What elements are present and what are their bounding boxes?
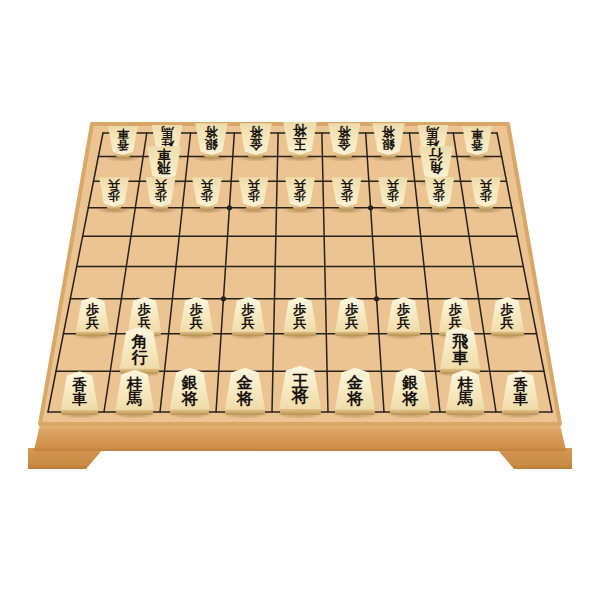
star-point: [368, 205, 373, 210]
piece-p-3c[interactable]: 歩兵: [378, 177, 408, 209]
piece-kanji: 歩兵: [378, 177, 408, 206]
piece-face: 香車: [462, 126, 492, 155]
piece-kanji: 桂馬: [446, 370, 485, 410]
piece-p-2c[interactable]: 歩兵: [424, 177, 454, 209]
piece-p-9c[interactable]: 歩兵: [99, 177, 129, 209]
piece-kanji: 歩兵: [424, 177, 454, 206]
piece-kanji: 香車: [108, 126, 138, 155]
piece-N-2i[interactable]: 桂馬: [446, 370, 485, 415]
piece-face: 歩兵: [146, 177, 176, 206]
piece-face: 角行: [120, 327, 160, 369]
piece-face: 金将: [335, 368, 375, 410]
piece-s-7a[interactable]: 銀将: [195, 123, 227, 158]
piece-kanji: 銀将: [390, 368, 430, 410]
piece-N-8i[interactable]: 桂馬: [115, 370, 154, 415]
piece-kanji: 歩兵: [239, 177, 269, 206]
piece-face: 歩兵: [180, 297, 214, 332]
piece-S-7i[interactable]: 銀将: [170, 368, 210, 415]
piece-face: 歩兵: [283, 297, 317, 332]
piece-face: 玉将: [283, 122, 317, 155]
piece-face: 歩兵: [332, 177, 362, 206]
piece-kanji: 歩兵: [387, 297, 421, 332]
piece-kanji: 歩兵: [332, 177, 362, 206]
piece-g-6a[interactable]: 金将: [240, 123, 272, 158]
piece-face: 歩兵: [99, 177, 129, 206]
piece-P-9g[interactable]: 歩兵: [76, 297, 110, 336]
piece-face: 金将: [225, 368, 265, 410]
piece-face: 歩兵: [387, 297, 421, 332]
piece-face: 桂馬: [446, 370, 485, 410]
board-front-face: [34, 424, 566, 451]
piece-kanji: 玉将: [283, 122, 317, 155]
piece-l-1a[interactable]: 香車: [462, 126, 492, 158]
piece-l-9a[interactable]: 香車: [108, 126, 138, 158]
piece-face: 香車: [61, 371, 98, 410]
piece-face: 角行: [419, 146, 453, 179]
piece-kanji: 銀将: [372, 123, 404, 155]
piece-face: 香車: [502, 371, 539, 410]
piece-G-6i[interactable]: 金将: [225, 368, 265, 415]
piece-kanji: 飛車: [440, 327, 480, 369]
piece-face: 王将: [279, 366, 321, 410]
piece-p-5c[interactable]: 歩兵: [285, 177, 315, 209]
piece-kanji: 金将: [225, 368, 265, 410]
piece-kanji: 歩兵: [335, 297, 369, 332]
piece-kanji: 角行: [419, 146, 453, 179]
piece-p-1c[interactable]: 歩兵: [471, 177, 501, 209]
piece-kanji: 香車: [61, 371, 98, 410]
piece-face: 歩兵: [76, 297, 110, 332]
piece-kanji: 歩兵: [76, 297, 110, 332]
piece-K-5i[interactable]: 王将: [279, 366, 321, 415]
piece-face: 飛車: [440, 327, 480, 369]
star-point: [221, 296, 226, 301]
piece-face: 香車: [108, 126, 138, 155]
piece-face: 歩兵: [285, 177, 315, 206]
piece-kanji: 銀将: [170, 368, 210, 410]
piece-k-5a[interactable]: 玉将: [283, 122, 317, 158]
piece-P-6g[interactable]: 歩兵: [232, 297, 266, 336]
piece-face: 歩兵: [424, 177, 454, 206]
piece-kanji: 香車: [502, 371, 539, 410]
piece-kanji: 歩兵: [471, 177, 501, 206]
piece-kanji: 歩兵: [180, 297, 214, 332]
piece-P-5g[interactable]: 歩兵: [283, 297, 317, 336]
piece-kanji: 歩兵: [192, 177, 222, 206]
piece-face: 銀将: [195, 123, 227, 155]
piece-kanji: 歩兵: [232, 297, 266, 332]
piece-face: 歩兵: [232, 297, 266, 332]
piece-face: 歩兵: [471, 177, 501, 206]
piece-R-2h[interactable]: 飛車: [440, 327, 480, 374]
piece-face: 金将: [240, 123, 272, 155]
piece-kanji: 歩兵: [146, 177, 176, 206]
shogi-set-photo: 香車桂馬銀将金将玉将金将銀将桂馬香車飛車角行歩兵歩兵歩兵歩兵歩兵歩兵歩兵歩兵歩兵…: [0, 0, 600, 600]
piece-face: 銀将: [170, 368, 210, 410]
piece-p-4c[interactable]: 歩兵: [332, 177, 362, 209]
piece-kanji: 歩兵: [99, 177, 129, 206]
piece-kanji: 銀将: [195, 123, 227, 155]
piece-p-6c[interactable]: 歩兵: [239, 177, 269, 209]
star-point: [227, 205, 232, 210]
piece-g-4a[interactable]: 金将: [328, 123, 360, 158]
piece-kanji: 香車: [462, 126, 492, 155]
piece-L-1i[interactable]: 香車: [502, 371, 539, 415]
board-foot-left: [28, 448, 104, 469]
piece-face: 歩兵: [378, 177, 408, 206]
piece-face: 桂馬: [115, 370, 154, 410]
star-point: [374, 296, 379, 301]
piece-S-3i[interactable]: 銀将: [390, 368, 430, 415]
piece-P-1g[interactable]: 歩兵: [491, 297, 525, 336]
piece-face: 飛車: [147, 146, 181, 179]
piece-kanji: 桂馬: [115, 370, 154, 410]
piece-P-4g[interactable]: 歩兵: [335, 297, 369, 336]
piece-face: 歩兵: [491, 297, 525, 332]
piece-face: 銀将: [372, 123, 404, 155]
piece-kanji: 歩兵: [283, 297, 317, 332]
piece-p-7c[interactable]: 歩兵: [192, 177, 222, 209]
piece-L-9i[interactable]: 香車: [61, 371, 98, 415]
piece-face: 銀将: [390, 368, 430, 410]
piece-kanji: 歩兵: [285, 177, 315, 206]
piece-B-8h[interactable]: 角行: [120, 327, 160, 374]
piece-P-7g[interactable]: 歩兵: [180, 297, 214, 336]
piece-G-4i[interactable]: 金将: [335, 368, 375, 415]
piece-face: 歩兵: [335, 297, 369, 332]
piece-kanji: 王将: [279, 366, 321, 410]
piece-face: 金将: [328, 123, 360, 155]
piece-p-8c[interactable]: 歩兵: [146, 177, 176, 209]
piece-kanji: 金将: [240, 123, 272, 155]
piece-kanji: 飛車: [147, 146, 181, 179]
piece-kanji: 金将: [335, 368, 375, 410]
piece-face: 歩兵: [239, 177, 269, 206]
piece-P-3g[interactable]: 歩兵: [387, 297, 421, 336]
piece-s-3a[interactable]: 銀将: [372, 123, 404, 158]
board-foot-right: [496, 448, 572, 469]
piece-face: 歩兵: [192, 177, 222, 206]
piece-kanji: 歩兵: [491, 297, 525, 332]
piece-kanji: 角行: [120, 327, 160, 369]
piece-kanji: 金将: [328, 123, 360, 155]
